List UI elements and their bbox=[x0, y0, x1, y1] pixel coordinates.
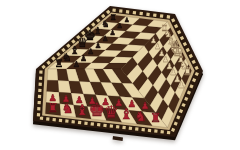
border-ribbon-square bbox=[139, 12, 143, 16]
cell-red-r1f6[interactable] bbox=[58, 81, 71, 94]
border-ribbon-square bbox=[141, 128, 145, 132]
black-pawn[interactable]: ♟ bbox=[95, 41, 102, 50]
border-ribbon-square bbox=[153, 13, 157, 17]
black-rook[interactable]: ♜ bbox=[55, 58, 64, 69]
black-pawn[interactable]: ♟ bbox=[80, 54, 87, 63]
border-ribbon-square bbox=[78, 121, 82, 125]
border-ribbon-square bbox=[39, 83, 42, 86]
box-clasp bbox=[113, 136, 123, 141]
border-ribbon-square bbox=[52, 118, 56, 122]
border-ribbon-square bbox=[129, 127, 133, 131]
border-ribbon-square bbox=[65, 119, 69, 123]
white-pawn[interactable]: ♟ bbox=[177, 80, 185, 90]
black-pawn[interactable]: ♟ bbox=[109, 29, 115, 37]
black-pawn[interactable]: ♟ bbox=[102, 34, 108, 43]
border-ribbon-square bbox=[112, 8, 116, 12]
photo-background: ♜♟♞♟♜♝♟♞♚♟♟♝♛♟♟♛♝♟♟♚♞♟♟♝♜♟♞♟♜♟♟♟♟♟♟♟♟♟♟♟… bbox=[0, 0, 240, 150]
border-ribbon-square bbox=[146, 13, 150, 17]
border-ribbon-square bbox=[84, 122, 88, 126]
border-ribbon-square bbox=[116, 125, 120, 129]
border-ribbon-square bbox=[37, 113, 40, 116]
border-ribbon-square bbox=[37, 107, 40, 110]
border-ribbon-square bbox=[110, 124, 114, 128]
border-ribbon-square bbox=[40, 116, 44, 120]
black-pawn[interactable]: ♟ bbox=[87, 47, 94, 56]
border-ribbon-square bbox=[167, 15, 171, 19]
three-player-chess-board: ♜♟♞♟♜♝♟♞♚♟♟♝♛♟♟♛♝♟♟♚♞♟♟♝♜♟♞♟♜♟♟♟♟♟♟♟♟♟♟♟… bbox=[0, 0, 240, 150]
black-rook[interactable]: ♜ bbox=[110, 13, 117, 22]
border-ribbon-square bbox=[91, 122, 95, 126]
border-ribbon-square bbox=[38, 101, 41, 104]
black-knight[interactable]: ♞ bbox=[101, 19, 109, 29]
red-knight[interactable]: ♞ bbox=[135, 108, 147, 124]
cell-red-r0f7[interactable] bbox=[47, 69, 58, 81]
black-pawn[interactable]: ♟ bbox=[73, 59, 80, 69]
black-pawn[interactable]: ♟ bbox=[117, 22, 123, 30]
red-bishop[interactable]: ♝ bbox=[120, 105, 133, 122]
black-pawn[interactable]: ♟ bbox=[124, 16, 130, 24]
border-ribbon-square bbox=[39, 70, 42, 73]
border-ribbon-square bbox=[160, 130, 164, 134]
border-ribbon-square bbox=[39, 77, 42, 80]
red-queen[interactable]: ♛ bbox=[104, 102, 119, 122]
border-ribbon-square bbox=[148, 129, 152, 133]
border-ribbon-square bbox=[59, 119, 63, 123]
border-ribbon-square bbox=[46, 117, 50, 121]
border-ribbon-square bbox=[167, 131, 171, 135]
red-bishop[interactable]: ♝ bbox=[76, 102, 89, 118]
border-ribbon-square bbox=[133, 11, 137, 15]
border-ribbon-square bbox=[135, 127, 139, 131]
border-ribbon-square bbox=[160, 14, 164, 18]
border-ribbon-square bbox=[38, 89, 41, 92]
border-ribbon-square bbox=[154, 129, 158, 133]
border-ribbon-square bbox=[103, 124, 107, 128]
red-king[interactable]: ♚ bbox=[89, 99, 106, 120]
border-ribbon-square bbox=[122, 126, 126, 130]
border-ribbon-square bbox=[97, 123, 101, 127]
border-ribbon-square bbox=[119, 9, 123, 13]
border-ribbon-square bbox=[38, 95, 41, 98]
red-rook[interactable]: ♜ bbox=[150, 110, 161, 125]
red-rook[interactable]: ♜ bbox=[48, 101, 59, 115]
border-ribbon-square bbox=[126, 10, 130, 14]
red-knight[interactable]: ♞ bbox=[62, 100, 74, 116]
border-ribbon-square bbox=[71, 120, 75, 124]
cell-red-r1f7[interactable] bbox=[47, 80, 59, 92]
white-rook[interactable]: ♜ bbox=[183, 65, 192, 77]
